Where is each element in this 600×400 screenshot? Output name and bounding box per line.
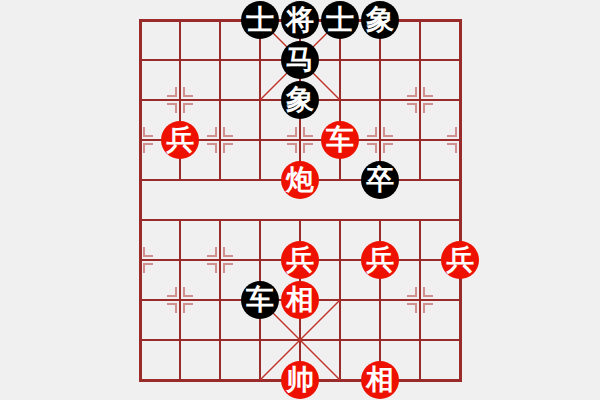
- piece-grid[interactable]: 士将士象马象兵车炮卒兵兵兵车相帅相: [120, 0, 480, 400]
- piece-red-general[interactable]: 帅: [281, 361, 319, 399]
- piece-black-horse[interactable]: 马: [281, 41, 319, 79]
- piece-black-elephant[interactable]: 象: [281, 81, 319, 119]
- piece-red-cannon[interactable]: 炮: [281, 161, 319, 199]
- piece-red-soldier[interactable]: 兵: [361, 241, 399, 279]
- piece-black-general[interactable]: 将: [281, 1, 319, 39]
- piece-black-elephant[interactable]: 象: [361, 1, 399, 39]
- piece-black-soldier[interactable]: 卒: [361, 161, 399, 199]
- piece-black-chariot[interactable]: 车: [241, 281, 279, 319]
- piece-black-advisor[interactable]: 士: [241, 1, 279, 39]
- piece-red-elephant[interactable]: 相: [281, 281, 319, 319]
- piece-red-soldier[interactable]: 兵: [161, 121, 199, 159]
- piece-black-advisor[interactable]: 士: [321, 1, 359, 39]
- piece-red-soldier[interactable]: 兵: [441, 241, 479, 279]
- piece-red-chariot[interactable]: 车: [321, 121, 359, 159]
- xiangqi-app: 士将士象马象兵车炮卒兵兵兵车相帅相: [0, 0, 600, 400]
- piece-red-elephant[interactable]: 相: [361, 361, 399, 399]
- piece-red-soldier[interactable]: 兵: [281, 241, 319, 279]
